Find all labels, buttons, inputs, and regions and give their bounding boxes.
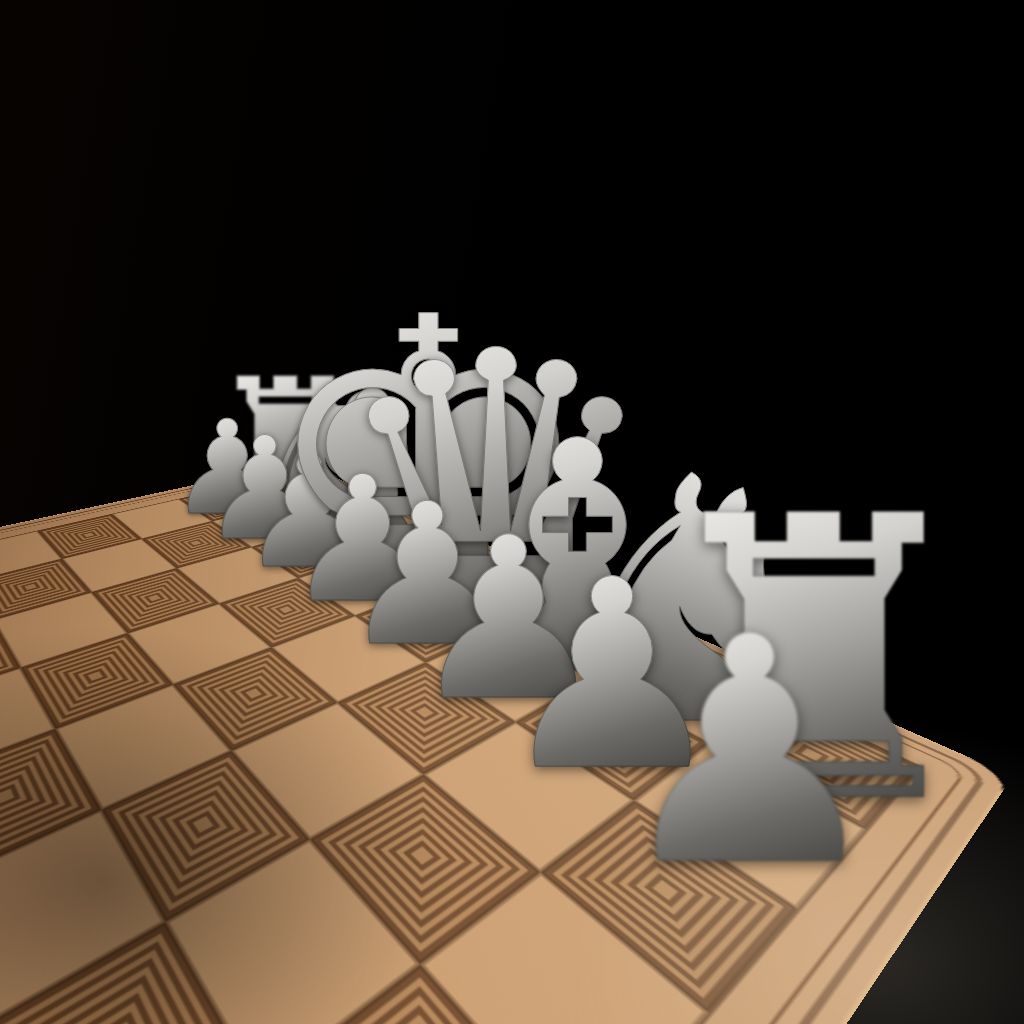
pieces-layer: ♜♟♞♟♝♟♚♟♛♟♝♟♞♟♜♟ — [0, 0, 1024, 1024]
photo-stage: ♜♟♞♟♝♟♚♟♛♟♝♟♞♟♜♟ — [0, 0, 1024, 1024]
piece-white-pawn-a2[interactable]: ♟ — [610, 596, 890, 908]
